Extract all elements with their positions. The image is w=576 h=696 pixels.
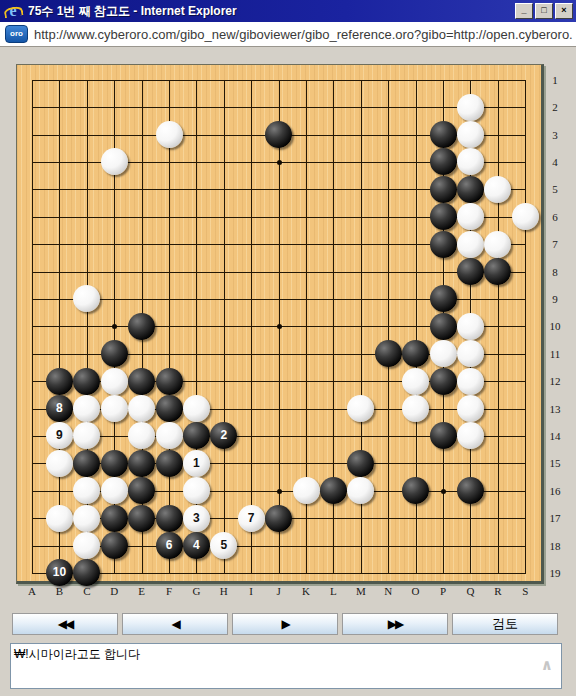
column-label: L xyxy=(323,585,343,597)
last-move-button[interactable]: ▶▶ xyxy=(342,613,448,635)
white-stone xyxy=(156,422,183,449)
white-stone xyxy=(484,176,511,203)
column-label: F xyxy=(159,585,179,597)
row-label: 5 xyxy=(546,183,564,195)
move-number-label: 10 xyxy=(53,559,66,586)
move-number-label: 3 xyxy=(193,505,200,532)
go-board[interactable]: 89213764510 xyxy=(16,64,544,584)
row-label: 2 xyxy=(546,101,564,113)
white-stone xyxy=(457,340,484,367)
row-label: 6 xyxy=(546,211,564,223)
black-stone xyxy=(128,450,155,477)
address-bar[interactable]: oro http://www.cyberoro.com/gibo_new/gib… xyxy=(0,22,576,47)
black-stone xyxy=(457,176,484,203)
black-stone xyxy=(484,258,511,285)
black-stone xyxy=(128,477,155,504)
maximize-button[interactable]: □ xyxy=(535,3,553,19)
black-stone: 8 xyxy=(46,395,73,422)
black-stone xyxy=(402,477,429,504)
next-move-button[interactable]: ▶ xyxy=(232,613,338,635)
black-stone xyxy=(430,231,457,258)
black-stone xyxy=(156,450,183,477)
black-stone xyxy=(101,505,128,532)
white-stone xyxy=(293,477,320,504)
white-stone xyxy=(73,395,100,422)
white-stone xyxy=(73,422,100,449)
oro-site-icon: oro xyxy=(5,25,28,43)
white-stone xyxy=(73,532,100,559)
black-stone xyxy=(265,505,292,532)
row-label: 1 xyxy=(546,74,564,86)
white-stone: 7 xyxy=(238,505,265,532)
white-stone xyxy=(73,477,100,504)
white-stone xyxy=(457,368,484,395)
ie-window: { "window": { "title": "75수 1번 째 참고도 - I… xyxy=(0,0,576,696)
white-stone xyxy=(457,395,484,422)
white-stone: 1 xyxy=(183,450,210,477)
move-number-label: 2 xyxy=(220,422,227,449)
white-stone xyxy=(430,340,457,367)
comment-box[interactable]: ₩!시마이라고도 합니다 ∧ xyxy=(10,643,562,689)
grid-line xyxy=(32,573,526,574)
star-point xyxy=(277,160,282,165)
black-stone xyxy=(430,285,457,312)
black-stone xyxy=(101,532,128,559)
white-stone xyxy=(457,313,484,340)
star-point xyxy=(112,324,117,329)
move-number-label: 6 xyxy=(166,532,173,559)
row-label: 12 xyxy=(546,375,564,387)
white-stone xyxy=(128,422,155,449)
black-stone xyxy=(430,422,457,449)
black-stone xyxy=(402,340,429,367)
column-label: G xyxy=(186,585,206,597)
window-title: 75수 1번 째 참고도 - Internet Explorer xyxy=(28,3,237,20)
white-stone: 9 xyxy=(46,422,73,449)
column-label: R xyxy=(488,585,508,597)
white-stone xyxy=(156,121,183,148)
column-label: P xyxy=(433,585,453,597)
black-stone xyxy=(320,477,347,504)
black-stone: 2 xyxy=(210,422,237,449)
scroll-up-icon[interactable]: ∧ xyxy=(541,656,553,674)
row-label: 15 xyxy=(546,457,564,469)
move-number-label: 5 xyxy=(220,532,227,559)
black-stone xyxy=(457,477,484,504)
black-stone xyxy=(265,121,292,148)
column-label: K xyxy=(296,585,316,597)
row-label: 4 xyxy=(546,156,564,168)
move-number-label: 7 xyxy=(248,505,255,532)
column-label: O xyxy=(406,585,426,597)
white-stone xyxy=(457,121,484,148)
black-stone: 4 xyxy=(183,532,210,559)
close-button[interactable]: × xyxy=(555,3,573,19)
black-stone xyxy=(156,505,183,532)
white-stone xyxy=(457,203,484,230)
white-stone xyxy=(101,395,128,422)
black-stone xyxy=(183,422,210,449)
black-stone xyxy=(73,368,100,395)
column-label: H xyxy=(214,585,234,597)
prev-move-button[interactable]: ◀ xyxy=(122,613,228,635)
white-stone xyxy=(347,395,374,422)
white-stone xyxy=(128,395,155,422)
white-stone xyxy=(46,450,73,477)
black-stone xyxy=(347,450,374,477)
row-label: 14 xyxy=(546,430,564,442)
black-stone xyxy=(156,395,183,422)
black-stone xyxy=(430,148,457,175)
column-label: M xyxy=(351,585,371,597)
row-label: 8 xyxy=(546,266,564,278)
white-stone xyxy=(484,231,511,258)
white-stone xyxy=(101,477,128,504)
review-button[interactable]: 검토 xyxy=(452,613,558,635)
black-stone xyxy=(457,258,484,285)
star-point xyxy=(441,489,446,494)
white-stone xyxy=(73,285,100,312)
black-stone xyxy=(101,450,128,477)
white-stone xyxy=(457,422,484,449)
column-label: Q xyxy=(460,585,480,597)
row-label: 16 xyxy=(546,485,564,497)
column-label: I xyxy=(241,585,261,597)
column-label: E xyxy=(132,585,152,597)
grid-line xyxy=(498,80,499,574)
row-label: 11 xyxy=(546,348,564,360)
black-stone xyxy=(46,368,73,395)
row-label: 3 xyxy=(546,129,564,141)
first-move-button[interactable]: ◀◀ xyxy=(12,613,118,635)
column-label: B xyxy=(49,585,69,597)
black-stone xyxy=(101,340,128,367)
row-label: 7 xyxy=(546,238,564,250)
white-stone xyxy=(101,148,128,175)
row-label: 17 xyxy=(546,512,564,524)
column-label: J xyxy=(269,585,289,597)
black-stone xyxy=(430,121,457,148)
move-number-label: 1 xyxy=(193,450,200,477)
white-stone xyxy=(457,94,484,121)
black-stone xyxy=(430,368,457,395)
move-number-label: 8 xyxy=(56,395,63,422)
internet-explorer-icon: e xyxy=(4,2,22,20)
black-stone xyxy=(128,368,155,395)
row-label: 18 xyxy=(546,540,564,552)
grid-line xyxy=(525,80,526,574)
white-stone xyxy=(46,505,73,532)
star-point xyxy=(277,489,282,494)
white-stone xyxy=(402,368,429,395)
row-label: 19 xyxy=(546,567,564,579)
black-stone xyxy=(128,505,155,532)
white-stone xyxy=(183,477,210,504)
row-label: 13 xyxy=(546,403,564,415)
column-label: D xyxy=(104,585,124,597)
url-text[interactable]: http://www.cyberoro.com/gibo_new/gibovie… xyxy=(34,27,573,42)
black-stone xyxy=(73,450,100,477)
black-stone xyxy=(156,368,183,395)
white-stone xyxy=(101,368,128,395)
black-stone xyxy=(430,313,457,340)
column-label: S xyxy=(515,585,535,597)
row-label: 10 xyxy=(546,320,564,332)
move-number-label: 4 xyxy=(193,532,200,559)
white-stone xyxy=(183,395,210,422)
column-label: C xyxy=(77,585,97,597)
column-label: A xyxy=(22,585,42,597)
white-stone xyxy=(402,395,429,422)
star-point xyxy=(277,324,282,329)
white-stone xyxy=(457,231,484,258)
black-stone xyxy=(430,176,457,203)
row-label: 9 xyxy=(546,293,564,305)
column-label: N xyxy=(378,585,398,597)
white-stone xyxy=(73,505,100,532)
white-stone xyxy=(347,477,374,504)
move-number-label: 9 xyxy=(56,422,63,449)
white-stone: 5 xyxy=(210,532,237,559)
white-stone xyxy=(512,203,539,230)
white-stone: 3 xyxy=(183,505,210,532)
title-bar: e 75수 1번 째 참고도 - Internet Explorer _ □ × xyxy=(0,0,576,22)
black-stone: 6 xyxy=(156,532,183,559)
white-stone xyxy=(457,148,484,175)
black-stone xyxy=(430,203,457,230)
grid-line xyxy=(388,80,389,574)
comment-text: ₩!시마이라고도 합니다 xyxy=(14,646,140,663)
minimize-button[interactable]: _ xyxy=(515,3,533,19)
window-controls: _ □ × xyxy=(513,3,573,19)
black-stone xyxy=(128,313,155,340)
black-stone xyxy=(375,340,402,367)
black-stone xyxy=(73,559,100,586)
black-stone: 10 xyxy=(46,559,73,586)
